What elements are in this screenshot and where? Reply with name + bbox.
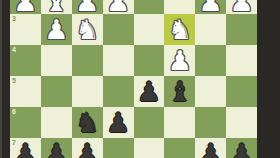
- white-pawn-f2[interactable]: ♟: [75, 0, 99, 15]
- square-h3[interactable]: 3: [10, 14, 41, 45]
- window-edge-line: [0, 0, 2, 158]
- app-background: 12♟♝♟♟♟♟3♟♞♞4♟5♟♝6♞♟7♟♟♟♟♟8: [0, 0, 280, 158]
- square-a3[interactable]: [226, 14, 257, 45]
- square-d4[interactable]: [134, 45, 165, 76]
- square-g5[interactable]: [41, 76, 72, 107]
- square-f4[interactable]: [72, 45, 103, 76]
- black-pawn-f7[interactable]: ♟: [75, 140, 99, 158]
- black-pawn-g7[interactable]: ♟: [44, 140, 68, 158]
- square-h5[interactable]: 5: [10, 76, 41, 107]
- square-c2[interactable]: [164, 0, 195, 14]
- square-g3[interactable]: ♟: [41, 14, 72, 45]
- black-knight-f6[interactable]: ♞: [75, 109, 99, 136]
- black-pawn-d5[interactable]: ♟: [137, 78, 161, 105]
- square-e5[interactable]: [103, 76, 134, 107]
- square-d3[interactable]: [134, 14, 165, 45]
- square-h2[interactable]: 2♟: [10, 0, 41, 14]
- square-d5[interactable]: ♟: [134, 76, 165, 107]
- square-c6[interactable]: [164, 107, 195, 138]
- white-pawn-e2[interactable]: ♟: [106, 0, 130, 15]
- square-b4[interactable]: [195, 45, 226, 76]
- rank-label-4: 4: [12, 46, 16, 53]
- square-c5[interactable]: ♝: [164, 76, 195, 107]
- square-h4[interactable]: 4: [10, 45, 41, 76]
- white-pawn-b2[interactable]: ♟: [199, 0, 223, 15]
- square-g6[interactable]: [41, 107, 72, 138]
- black-bishop-c5[interactable]: ♝: [168, 78, 192, 105]
- square-b6[interactable]: [195, 107, 226, 138]
- square-c7[interactable]: [164, 138, 195, 158]
- square-a7[interactable]: ♟: [226, 138, 257, 158]
- white-pawn-g3[interactable]: ♟: [44, 16, 68, 43]
- white-pawn-c4[interactable]: ♟: [168, 47, 192, 74]
- white-pawn-a2[interactable]: ♟: [229, 0, 253, 15]
- square-a6[interactable]: [226, 107, 257, 138]
- square-f3[interactable]: ♞: [72, 14, 103, 45]
- square-d2[interactable]: [134, 0, 165, 14]
- rank-label-7: 7: [12, 139, 16, 146]
- square-c3[interactable]: ♞: [164, 14, 195, 45]
- square-b5[interactable]: [195, 76, 226, 107]
- square-e2[interactable]: ♟: [103, 0, 134, 14]
- white-bishop-g2[interactable]: ♝: [44, 0, 68, 15]
- square-h6[interactable]: 6: [10, 107, 41, 138]
- black-pawn-a7[interactable]: ♟: [229, 140, 253, 158]
- rank-label-6: 6: [12, 108, 16, 115]
- square-d6[interactable]: [134, 107, 165, 138]
- chess-board[interactable]: 12♟♝♟♟♟♟3♟♞♞4♟5♟♝6♞♟7♟♟♟♟♟8: [10, 0, 257, 158]
- square-d7[interactable]: [134, 138, 165, 158]
- black-pawn-h7[interactable]: ♟: [13, 140, 37, 158]
- square-a5[interactable]: [226, 76, 257, 107]
- square-g2[interactable]: ♝: [41, 0, 72, 14]
- square-a2[interactable]: ♟: [226, 0, 257, 14]
- square-f5[interactable]: [72, 76, 103, 107]
- square-e6[interactable]: ♟: [103, 107, 134, 138]
- square-c4[interactable]: ♟: [164, 45, 195, 76]
- white-knight-f3[interactable]: ♞: [75, 16, 99, 43]
- rank-label-3: 3: [12, 15, 16, 22]
- square-b3[interactable]: [195, 14, 226, 45]
- black-pawn-b7[interactable]: ♟: [199, 140, 223, 158]
- square-f6[interactable]: ♞: [72, 107, 103, 138]
- square-g7[interactable]: ♟: [41, 138, 72, 158]
- black-pawn-e6[interactable]: ♟: [106, 109, 130, 136]
- square-b7[interactable]: ♟: [195, 138, 226, 158]
- square-g4[interactable]: [41, 45, 72, 76]
- white-knight-c3[interactable]: ♞: [168, 16, 192, 43]
- white-pawn-h2[interactable]: ♟: [13, 0, 37, 15]
- square-e7[interactable]: [103, 138, 134, 158]
- square-f7[interactable]: ♟: [72, 138, 103, 158]
- rank-label-5: 5: [12, 77, 16, 84]
- square-a4[interactable]: [226, 45, 257, 76]
- square-f2[interactable]: ♟: [72, 0, 103, 14]
- square-b2[interactable]: ♟: [195, 0, 226, 14]
- square-e4[interactable]: [103, 45, 134, 76]
- square-h7[interactable]: 7♟: [10, 138, 41, 158]
- square-e3[interactable]: [103, 14, 134, 45]
